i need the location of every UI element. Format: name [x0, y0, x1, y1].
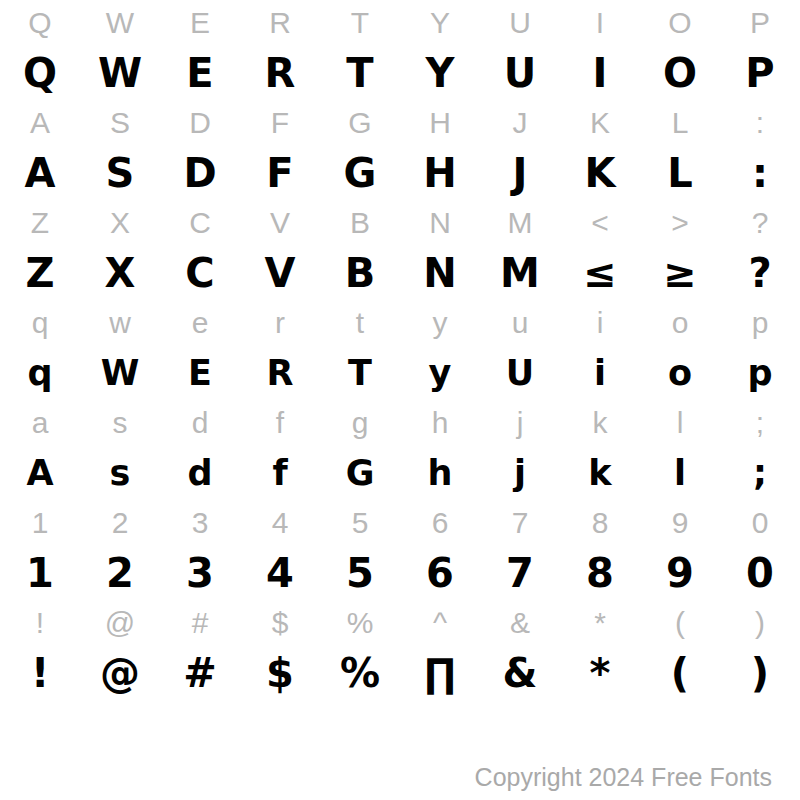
glyph-r10c5: G	[320, 456, 400, 491]
glyph-r12c5: 5	[320, 553, 400, 593]
glyph-r13c8: *	[560, 608, 640, 638]
glyph-r9c7: j	[480, 408, 560, 438]
glyph-r2c9: O	[640, 53, 720, 93]
glyph-r10c9: l	[640, 456, 720, 491]
glyph-r4c10: :	[720, 153, 800, 193]
glyph-r9c2: s	[80, 408, 160, 438]
glyph-r13c3: #	[160, 608, 240, 638]
glyph-r9c1: a	[0, 408, 80, 438]
glyph-r3c4: F	[240, 108, 320, 138]
glyph-r1c10: P	[720, 8, 800, 38]
glyph-r6c6: N	[400, 253, 480, 293]
glyph-r7c4: r	[240, 308, 320, 338]
glyph-r7c10: p	[720, 308, 800, 338]
glyph-r1c3: E	[160, 8, 240, 38]
glyph-r9c9: l	[640, 408, 720, 438]
specimen-row-digits-preview: 1234567890	[0, 500, 800, 546]
glyph-r6c3: C	[160, 253, 240, 293]
glyph-r11c4: 4	[240, 508, 320, 538]
glyph-r12c8: 8	[560, 553, 640, 593]
glyph-r1c1: Q	[0, 8, 80, 38]
glyph-r12c2: 2	[80, 553, 160, 593]
glyph-r10c1: A	[0, 456, 80, 491]
glyph-r7c5: t	[320, 308, 400, 338]
glyph-r2c7: U	[480, 53, 560, 93]
glyph-r2c4: R	[240, 53, 320, 93]
glyph-r8c5: T	[320, 356, 400, 391]
glyph-r14c7: &	[480, 653, 560, 693]
specimen-row-lowercase-qwerty-main: qWERTyUiop	[0, 346, 800, 400]
glyph-r2c6: Y	[400, 53, 480, 93]
glyph-r6c8: ≤	[560, 253, 640, 293]
specimen-row-uppercase-qwerty-main: QWERTYUIOP	[0, 46, 800, 100]
glyph-r3c6: H	[400, 108, 480, 138]
glyph-r10c10: ;	[720, 456, 800, 491]
glyph-r14c10: )	[720, 653, 800, 693]
glyph-r5c3: C	[160, 208, 240, 238]
glyph-r9c6: h	[400, 408, 480, 438]
glyph-r8c1: q	[0, 356, 80, 391]
glyph-r1c2: W	[80, 8, 160, 38]
glyph-r8c10: p	[720, 356, 800, 391]
glyph-r1c6: Y	[400, 8, 480, 38]
glyph-r11c3: 3	[160, 508, 240, 538]
specimen-row-symbols-main: !@#$%∏&*()	[0, 646, 800, 700]
glyph-r13c6: ^	[400, 608, 480, 638]
glyph-r5c1: Z	[0, 208, 80, 238]
glyph-r1c5: T	[320, 8, 400, 38]
glyph-r3c10: :	[720, 108, 800, 138]
glyph-r13c2: @	[80, 608, 160, 638]
glyph-r3c1: A	[0, 108, 80, 138]
glyph-r2c3: E	[160, 53, 240, 93]
specimen-row-symbols-preview: !@#$%^&*()	[0, 600, 800, 646]
glyph-r10c6: h	[400, 456, 480, 491]
glyph-r7c6: y	[400, 308, 480, 338]
glyph-r3c5: G	[320, 108, 400, 138]
glyph-r7c2: w	[80, 308, 160, 338]
glyph-r5c2: X	[80, 208, 160, 238]
glyph-r4c3: D	[160, 153, 240, 193]
glyph-r12c1: 1	[0, 553, 80, 593]
glyph-r11c7: 7	[480, 508, 560, 538]
specimen-row-digits-main: 1234567890	[0, 546, 800, 600]
glyph-r4c8: K	[560, 153, 640, 193]
specimen-row-lowercase-asdf-main: AsdfGhjkl;	[0, 446, 800, 500]
glyph-r8c9: o	[640, 356, 720, 391]
glyph-r6c5: B	[320, 253, 400, 293]
glyph-r1c4: R	[240, 8, 320, 38]
glyph-r8c3: E	[160, 356, 240, 391]
glyph-r4c7: J	[480, 153, 560, 193]
glyph-r14c3: #	[160, 653, 240, 693]
glyph-r6c2: X	[80, 253, 160, 293]
glyph-r8c4: R	[240, 356, 320, 391]
glyph-r1c9: O	[640, 8, 720, 38]
specimen-row-uppercase-qwerty-preview: QWERTYUIOP	[0, 0, 800, 46]
glyph-r13c5: %	[320, 608, 400, 638]
specimen-row-uppercase-zxcv-main: ZXCVBNM≤≥?	[0, 246, 800, 300]
glyph-r10c4: f	[240, 456, 320, 491]
glyph-r7c9: o	[640, 308, 720, 338]
glyph-r13c4: $	[240, 608, 320, 638]
glyph-r7c1: q	[0, 308, 80, 338]
glyph-r4c2: S	[80, 153, 160, 193]
glyph-r12c3: 3	[160, 553, 240, 593]
glyph-r6c4: V	[240, 253, 320, 293]
glyph-r13c7: &	[480, 608, 560, 638]
glyph-r4c6: H	[400, 153, 480, 193]
glyph-r9c5: g	[320, 408, 400, 438]
specimen-row-uppercase-zxcv-preview: ZXCVBNM<>?	[0, 200, 800, 246]
glyph-r5c4: V	[240, 208, 320, 238]
glyph-r5c6: N	[400, 208, 480, 238]
glyph-r7c3: e	[160, 308, 240, 338]
specimen-row-uppercase-asdf-preview: ASDFGHJKL:	[0, 100, 800, 146]
glyph-r14c6: ∏	[400, 653, 480, 693]
copyright-text: Copyright 2024 Free Fonts	[475, 763, 772, 792]
glyph-r14c8: *	[560, 653, 640, 693]
glyph-r2c5: T	[320, 53, 400, 93]
glyph-r12c9: 9	[640, 553, 720, 593]
glyph-r6c7: M	[480, 253, 560, 293]
glyph-r2c10: P	[720, 53, 800, 93]
glyph-r3c2: S	[80, 108, 160, 138]
glyph-r14c2: @	[80, 653, 160, 693]
glyph-r4c5: G	[320, 153, 400, 193]
glyph-r10c3: d	[160, 456, 240, 491]
glyph-r10c2: s	[80, 456, 160, 491]
glyph-r14c4: $	[240, 653, 320, 693]
glyph-r13c10: )	[720, 608, 800, 638]
glyph-r3c3: D	[160, 108, 240, 138]
character-grid: QWERTYUIOPQWERTYUIOPASDFGHJKL:ASDFGHJKL:…	[0, 0, 800, 700]
glyph-r10c8: k	[560, 456, 640, 491]
glyph-r12c10: 0	[720, 553, 800, 593]
glyph-r11c9: 9	[640, 508, 720, 538]
glyph-r11c6: 6	[400, 508, 480, 538]
glyph-r12c4: 4	[240, 553, 320, 593]
glyph-r2c1: Q	[0, 53, 80, 93]
glyph-r6c1: Z	[0, 253, 80, 293]
specimen-row-lowercase-qwerty-preview: qwertyuiop	[0, 300, 800, 346]
glyph-r11c10: 0	[720, 508, 800, 538]
glyph-r9c3: d	[160, 408, 240, 438]
glyph-r9c4: f	[240, 408, 320, 438]
glyph-r8c6: y	[400, 356, 480, 391]
glyph-r11c8: 8	[560, 508, 640, 538]
glyph-r8c2: W	[80, 356, 160, 391]
glyph-r1c8: I	[560, 8, 640, 38]
glyph-r9c8: k	[560, 408, 640, 438]
glyph-r3c8: K	[560, 108, 640, 138]
glyph-r5c8: <	[560, 208, 640, 238]
glyph-r14c1: !	[0, 653, 80, 693]
glyph-r5c7: M	[480, 208, 560, 238]
glyph-r12c6: 6	[400, 553, 480, 593]
glyph-r6c10: ?	[720, 253, 800, 293]
glyph-r11c2: 2	[80, 508, 160, 538]
glyph-r14c5: %	[320, 653, 400, 693]
glyph-r13c9: (	[640, 608, 720, 638]
glyph-r3c9: L	[640, 108, 720, 138]
glyph-r6c9: ≥	[640, 253, 720, 293]
glyph-r5c9: >	[640, 208, 720, 238]
glyph-r11c5: 5	[320, 508, 400, 538]
glyph-r13c1: !	[0, 608, 80, 638]
glyph-r11c1: 1	[0, 508, 80, 538]
glyph-r10c7: j	[480, 456, 560, 491]
glyph-r4c9: L	[640, 153, 720, 193]
glyph-r9c10: ;	[720, 408, 800, 438]
specimen-row-uppercase-asdf-main: ASDFGHJKL:	[0, 146, 800, 200]
glyph-r2c2: W	[80, 53, 160, 93]
font-specimen-sheet: QWERTYUIOPQWERTYUIOPASDFGHJKL:ASDFGHJKL:…	[0, 0, 800, 800]
glyph-r1c7: U	[480, 8, 560, 38]
specimen-row-lowercase-asdf-preview: asdfghjkl;	[0, 400, 800, 446]
glyph-r5c10: ?	[720, 208, 800, 238]
glyph-r14c9: (	[640, 653, 720, 693]
glyph-r4c1: A	[0, 153, 80, 193]
glyph-r4c4: F	[240, 153, 320, 193]
glyph-r5c5: B	[320, 208, 400, 238]
glyph-r7c7: u	[480, 308, 560, 338]
glyph-r2c8: I	[560, 53, 640, 93]
glyph-r3c7: J	[480, 108, 560, 138]
glyph-r7c8: i	[560, 308, 640, 338]
glyph-r8c8: i	[560, 356, 640, 391]
glyph-r8c7: U	[480, 356, 560, 391]
glyph-r12c7: 7	[480, 553, 560, 593]
